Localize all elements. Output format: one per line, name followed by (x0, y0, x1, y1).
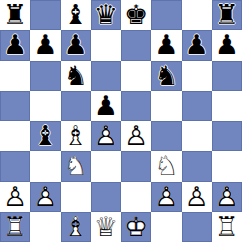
square-c3[interactable]: ♞♘ (61, 151, 91, 181)
square-c5[interactable] (61, 91, 91, 121)
square-f4[interactable] (151, 121, 181, 151)
piece-white-pawn: ♙ (154, 182, 178, 212)
square-h7[interactable]: ♟ (212, 30, 242, 60)
square-b4[interactable]: ♝ (30, 121, 60, 151)
piece-black-pawn: ♟ (3, 30, 27, 60)
piece-black-king: ♚ (124, 0, 148, 30)
piece-white-knight: ♘ (154, 151, 178, 181)
piece-white-king: ♔ (124, 212, 148, 242)
square-d5[interactable]: ♟ (91, 91, 121, 121)
square-b6[interactable] (30, 61, 60, 91)
piece-black-knight: ♞ (64, 61, 88, 91)
square-g6[interactable] (182, 61, 212, 91)
square-e3[interactable] (121, 151, 151, 181)
square-d4[interactable]: ♟♙ (91, 121, 121, 151)
piece-white-pawn: ♙ (124, 121, 148, 151)
piece-black-queen: ♛ (94, 0, 118, 30)
piece-black-pawn: ♟ (94, 91, 118, 121)
square-h1[interactable]: ♜♖ (212, 212, 242, 242)
square-c1[interactable]: ♝♗ (61, 212, 91, 242)
square-c2[interactable] (61, 182, 91, 212)
piece-white-pawn: ♙ (215, 182, 239, 212)
piece-white-bishop: ♗ (64, 121, 88, 151)
square-e1[interactable]: ♚♔ (121, 212, 151, 242)
square-a1[interactable]: ♜♖ (0, 212, 30, 242)
piece-black-pawn: ♟ (64, 30, 88, 60)
piece-white-pawn: ♙ (33, 182, 57, 212)
square-e8[interactable]: ♚ (121, 0, 151, 30)
piece-black-knight: ♞ (154, 61, 178, 91)
square-f7[interactable]: ♟ (151, 30, 181, 60)
square-g7[interactable]: ♟ (182, 30, 212, 60)
square-d1[interactable]: ♛♕ (91, 212, 121, 242)
piece-black-bishop: ♝ (33, 121, 57, 151)
square-g3[interactable] (182, 151, 212, 181)
piece-white-knight: ♘ (64, 151, 88, 181)
square-h4[interactable] (212, 121, 242, 151)
square-a8[interactable]: ♜ (0, 0, 30, 30)
square-d2[interactable] (91, 182, 121, 212)
square-a7[interactable]: ♟ (0, 30, 30, 60)
piece-black-rook: ♜ (3, 0, 27, 30)
square-d8[interactable]: ♛ (91, 0, 121, 30)
piece-white-rook: ♖ (215, 212, 239, 242)
square-g2[interactable]: ♟♙ (182, 182, 212, 212)
square-a6[interactable] (0, 61, 30, 91)
piece-black-pawn: ♟ (185, 30, 209, 60)
piece-black-pawn: ♟ (154, 30, 178, 60)
square-f3[interactable]: ♞♘ (151, 151, 181, 181)
square-h5[interactable] (212, 91, 242, 121)
square-g8[interactable] (182, 0, 212, 30)
piece-black-pawn: ♟ (215, 30, 239, 60)
square-c4[interactable]: ♝♗ (61, 121, 91, 151)
square-h3[interactable] (212, 151, 242, 181)
piece-white-rook: ♖ (3, 212, 27, 242)
square-d3[interactable] (91, 151, 121, 181)
square-b3[interactable] (30, 151, 60, 181)
square-b7[interactable]: ♟ (30, 30, 60, 60)
square-e6[interactable] (121, 61, 151, 91)
piece-white-bishop: ♗ (64, 212, 88, 242)
square-h6[interactable] (212, 61, 242, 91)
square-a3[interactable] (0, 151, 30, 181)
square-d7[interactable] (91, 30, 121, 60)
square-e5[interactable] (121, 91, 151, 121)
square-b1[interactable] (30, 212, 60, 242)
square-h2[interactable]: ♟♙ (212, 182, 242, 212)
square-c7[interactable]: ♟ (61, 30, 91, 60)
square-f1[interactable] (151, 212, 181, 242)
square-b2[interactable]: ♟♙ (30, 182, 60, 212)
square-e2[interactable] (121, 182, 151, 212)
square-f5[interactable] (151, 91, 181, 121)
square-b5[interactable] (30, 91, 60, 121)
square-g5[interactable] (182, 91, 212, 121)
square-e4[interactable]: ♟♙ (121, 121, 151, 151)
piece-black-pawn: ♟ (33, 30, 57, 60)
chess-board: ♜♝♛♚♜♟♟♟♟♟♟♞♞♟♝♝♗♟♙♟♙♞♘♞♘♟♙♟♙♟♙♟♙♟♙♜♖♝♗♛… (0, 0, 242, 242)
piece-black-rook: ♜ (215, 0, 239, 30)
square-b8[interactable] (30, 0, 60, 30)
square-e7[interactable] (121, 30, 151, 60)
square-a4[interactable] (0, 121, 30, 151)
piece-white-pawn: ♙ (3, 182, 27, 212)
square-f8[interactable] (151, 0, 181, 30)
piece-white-pawn: ♙ (94, 121, 118, 151)
square-a5[interactable] (0, 91, 30, 121)
square-h8[interactable]: ♜ (212, 0, 242, 30)
square-f6[interactable]: ♞ (151, 61, 181, 91)
square-g1[interactable] (182, 212, 212, 242)
square-f2[interactable]: ♟♙ (151, 182, 181, 212)
square-a2[interactable]: ♟♙ (0, 182, 30, 212)
square-d6[interactable] (91, 61, 121, 91)
piece-black-bishop: ♝ (64, 0, 88, 30)
square-c8[interactable]: ♝ (61, 0, 91, 30)
piece-white-pawn: ♙ (185, 182, 209, 212)
square-g4[interactable] (182, 121, 212, 151)
piece-white-queen: ♕ (94, 212, 118, 242)
square-c6[interactable]: ♞ (61, 61, 91, 91)
